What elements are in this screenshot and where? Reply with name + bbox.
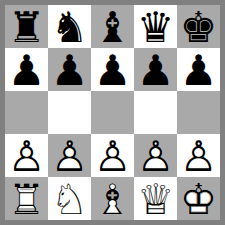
square-d2[interactable]: ♟♙ [134, 134, 177, 177]
square-b3[interactable] [48, 91, 91, 134]
square-d5[interactable]: ♛ [134, 5, 177, 48]
square-e5[interactable]: ♚ [177, 5, 220, 48]
black-knight: ♞ [48, 5, 91, 48]
piece-outline-glyph: ♙ [48, 134, 91, 177]
piece-outline-glyph: ♕ [134, 177, 177, 220]
piece-outline-glyph: ♙ [5, 134, 48, 177]
square-c2[interactable]: ♟♙ [91, 134, 134, 177]
square-e2[interactable]: ♟♙ [177, 134, 220, 177]
square-b4[interactable]: ♟ [48, 48, 91, 91]
square-c3[interactable] [91, 91, 134, 134]
square-a3[interactable] [5, 91, 48, 134]
square-c1[interactable]: ♝♗ [91, 177, 134, 220]
black-queen: ♛ [134, 5, 177, 48]
white-pawn: ♟♙ [134, 134, 177, 177]
square-c5[interactable]: ♝ [91, 5, 134, 48]
square-e3[interactable] [177, 91, 220, 134]
white-pawn: ♟♙ [91, 134, 134, 177]
square-d1[interactable]: ♛♕ [134, 177, 177, 220]
piece-fill-glyph: ♟ [48, 48, 91, 91]
black-pawn: ♟ [134, 48, 177, 91]
square-b2[interactable]: ♟♙ [48, 134, 91, 177]
piece-outline-glyph: ♙ [91, 134, 134, 177]
white-pawn: ♟♙ [5, 134, 48, 177]
piece-fill-glyph: ♟ [91, 48, 134, 91]
black-pawn: ♟ [177, 48, 220, 91]
square-c4[interactable]: ♟ [91, 48, 134, 91]
white-bishop: ♝♗ [91, 177, 134, 220]
chess-board: ♜♞♝♛♚♟♟♟♟♟♟♙♟♙♟♙♟♙♟♙♜♖♞♘♝♗♛♕♚♔ [5, 5, 220, 220]
piece-outline-glyph: ♙ [134, 134, 177, 177]
black-rook: ♜ [5, 5, 48, 48]
square-e1[interactable]: ♚♔ [177, 177, 220, 220]
square-e4[interactable]: ♟ [177, 48, 220, 91]
black-pawn: ♟ [91, 48, 134, 91]
square-a2[interactable]: ♟♙ [5, 134, 48, 177]
white-pawn: ♟♙ [177, 134, 220, 177]
piece-fill-glyph: ♜ [5, 5, 48, 48]
piece-outline-glyph: ♖ [5, 177, 48, 220]
piece-outline-glyph: ♔ [177, 177, 220, 220]
square-d4[interactable]: ♟ [134, 48, 177, 91]
white-knight: ♞♘ [48, 177, 91, 220]
piece-fill-glyph: ♟ [5, 48, 48, 91]
square-a1[interactable]: ♜♖ [5, 177, 48, 220]
square-b5[interactable]: ♞ [48, 5, 91, 48]
piece-fill-glyph: ♟ [134, 48, 177, 91]
white-pawn: ♟♙ [48, 134, 91, 177]
white-queen: ♛♕ [134, 177, 177, 220]
piece-outline-glyph: ♘ [48, 177, 91, 220]
piece-fill-glyph: ♚ [177, 5, 220, 48]
white-king: ♚♔ [177, 177, 220, 220]
piece-outline-glyph: ♗ [91, 177, 134, 220]
square-d3[interactable] [134, 91, 177, 134]
white-rook: ♜♖ [5, 177, 48, 220]
black-king: ♚ [177, 5, 220, 48]
board-frame: ♜♞♝♛♚♟♟♟♟♟♟♙♟♙♟♙♟♙♟♙♜♖♞♘♝♗♛♕♚♔ [0, 0, 225, 225]
piece-outline-glyph: ♙ [177, 134, 220, 177]
black-pawn: ♟ [5, 48, 48, 91]
black-bishop: ♝ [91, 5, 134, 48]
piece-fill-glyph: ♛ [134, 5, 177, 48]
square-b1[interactable]: ♞♘ [48, 177, 91, 220]
black-pawn: ♟ [48, 48, 91, 91]
piece-fill-glyph: ♝ [91, 5, 134, 48]
piece-fill-glyph: ♟ [177, 48, 220, 91]
square-a5[interactable]: ♜ [5, 5, 48, 48]
square-a4[interactable]: ♟ [5, 48, 48, 91]
piece-fill-glyph: ♞ [48, 5, 91, 48]
